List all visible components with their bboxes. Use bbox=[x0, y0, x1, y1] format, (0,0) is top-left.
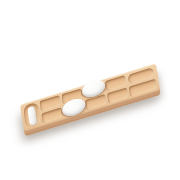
white-stick[interactable] bbox=[27, 105, 37, 125]
pit-r2-c2[interactable] bbox=[63, 100, 84, 116]
wooden-tray bbox=[20, 63, 160, 131]
left-slot[interactable] bbox=[23, 101, 41, 128]
product-photo-scene bbox=[0, 0, 180, 180]
